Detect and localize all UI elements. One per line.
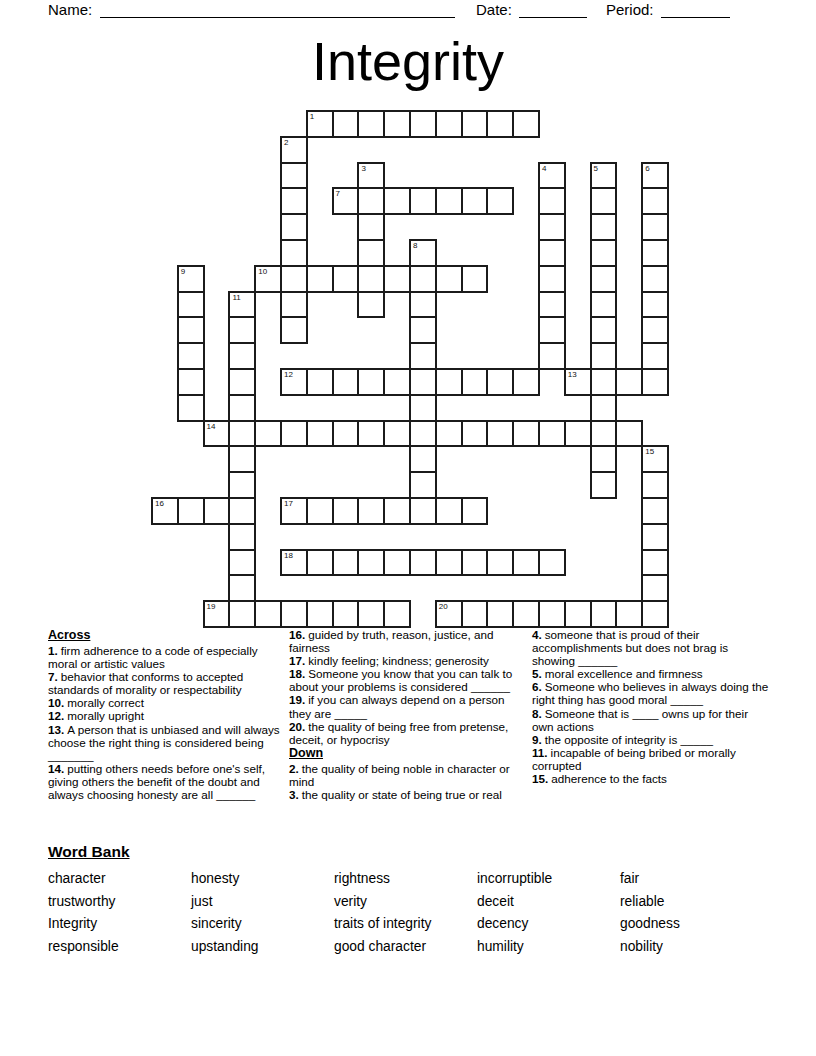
grid-cell-r9c3[interactable] <box>228 342 256 370</box>
grid-cell-r15c3[interactable] <box>228 497 256 525</box>
grid-cell-r12c4[interactable] <box>254 420 282 448</box>
clue-down-11: 11.incapable of being bribed or morally … <box>532 746 772 772</box>
grid-cell-r6c10[interactable] <box>409 265 437 293</box>
name-label: Name: <box>48 1 92 18</box>
grid-cell-r9c10[interactable] <box>409 342 437 370</box>
grid-cell-r5c5[interactable] <box>280 239 308 267</box>
grid-cell-r3c11[interactable] <box>435 187 463 215</box>
grid-cell-r15c2[interactable] <box>203 497 231 525</box>
grid-cell-r11c17[interactable] <box>590 394 618 422</box>
grid-cell-r14c17[interactable] <box>590 471 618 499</box>
grid-cell-r5c10[interactable]: 8 <box>409 239 437 267</box>
grid-cell-r12c2[interactable]: 14 <box>203 420 231 448</box>
grid-cell-r14c3[interactable] <box>228 471 256 499</box>
grid-cell-r7c8[interactable] <box>357 291 385 319</box>
clue-across-19: 19.if you can always depend on a person … <box>289 693 522 719</box>
down-heading: Down <box>289 746 522 760</box>
grid-cell-r7c1[interactable] <box>177 291 205 319</box>
clue-across-10: 10.morally correct <box>48 696 281 709</box>
grid-cell-r3c19[interactable] <box>641 187 669 215</box>
clue-down-15: 15.adherence to the facts <box>532 772 772 785</box>
clue-column-right: 4.someone that is proud of their accompl… <box>532 628 772 785</box>
grid-cell-r19c5[interactable] <box>280 600 308 628</box>
grid-cell-r19c3[interactable] <box>228 600 256 628</box>
clue-number-8: 8 <box>413 241 417 250</box>
grid-cell-r19c17[interactable] <box>590 600 618 628</box>
clue-number-13: 13 <box>568 370 577 379</box>
grid-cell-r19c8[interactable] <box>357 600 385 628</box>
grid-cell-r6c1[interactable]: 9 <box>177 265 205 293</box>
grid-cell-r17c11[interactable] <box>435 549 463 577</box>
grid-cell-r6c6[interactable] <box>306 265 334 293</box>
grid-cell-r15c0[interactable]: 16 <box>151 497 179 525</box>
name-blank-line[interactable] <box>100 2 455 18</box>
clue-number-3: 3 <box>361 164 365 173</box>
grid-cell-r6c7[interactable] <box>332 265 360 293</box>
word-bank-word: traits of integrity <box>334 913 477 936</box>
clue-number-14: 14 <box>207 422 216 431</box>
word-bank-word: deceit <box>477 891 620 914</box>
word-bank: Word Bank character honesty rightness in… <box>48 843 778 959</box>
clue-number-19: 19 <box>207 602 216 611</box>
grid-cell-r6c19[interactable] <box>641 265 669 293</box>
word-bank-word: sincerity <box>191 913 334 936</box>
grid-cell-r15c10[interactable] <box>409 497 437 525</box>
grid-cell-r12c11[interactable] <box>435 420 463 448</box>
clue-across-16: 16.guided by truth, reason, justice, and… <box>289 628 522 654</box>
grid-cell-r10c13[interactable] <box>486 368 514 396</box>
word-bank-word: honesty <box>191 868 334 891</box>
grid-cell-r16c3[interactable] <box>228 523 256 551</box>
grid-cell-r10c10[interactable] <box>409 368 437 396</box>
grid-cell-r7c10[interactable] <box>409 291 437 319</box>
grid-cell-r19c12[interactable] <box>461 600 489 628</box>
grid-cell-r19c11[interactable]: 20 <box>435 600 463 628</box>
grid-cell-r7c15[interactable] <box>538 291 566 319</box>
grid-cell-r15c5[interactable]: 17 <box>280 497 308 525</box>
grid-cell-r8c1[interactable] <box>177 316 205 344</box>
grid-cell-r4c5[interactable] <box>280 213 308 241</box>
grid-cell-r11c1[interactable] <box>177 394 205 422</box>
grid-cell-r9c15[interactable] <box>538 342 566 370</box>
grid-cell-r5c8[interactable] <box>357 239 385 267</box>
clue-number-5: 5 <box>594 164 598 173</box>
grid-cell-r12c3[interactable] <box>228 420 256 448</box>
clue-number-17: 17 <box>284 499 293 508</box>
clue-number-4: 4 <box>542 164 546 173</box>
grid-cell-r15c11[interactable] <box>435 497 463 525</box>
grid-cell-r12c18[interactable] <box>615 420 643 448</box>
clue-down-8: 8.Someone that is ____ owns up for their… <box>532 707 772 733</box>
grid-cell-r12c10[interactable] <box>409 420 437 448</box>
grid-cell-r18c3[interactable] <box>228 574 256 602</box>
grid-cell-r19c7[interactable] <box>332 600 360 628</box>
grid-cell-r9c1[interactable] <box>177 342 205 370</box>
clue-column-middle: 16.guided by truth, reason, justice, and… <box>289 628 522 801</box>
word-bank-word: good character <box>334 936 477 959</box>
grid-cell-r12c6[interactable] <box>306 420 334 448</box>
crossword-grid: 1234567891011121314151617181920 <box>151 110 671 630</box>
clue-across-20: 20.the quality of being free from preten… <box>289 720 522 746</box>
grid-cell-r6c8[interactable] <box>357 265 385 293</box>
clue-number-7: 7 <box>336 189 340 198</box>
grid-cell-r18c19[interactable] <box>641 574 669 602</box>
word-bank-word: upstanding <box>191 936 334 959</box>
grid-cell-r6c4[interactable]: 10 <box>254 265 282 293</box>
grid-cell-r7c19[interactable] <box>641 291 669 319</box>
grid-cell-r7c3[interactable]: 11 <box>228 291 256 319</box>
grid-cell-r2c8[interactable]: 3 <box>357 162 385 190</box>
grid-cell-r3c10[interactable] <box>409 187 437 215</box>
grid-cell-r5c15[interactable] <box>538 239 566 267</box>
grid-cell-r19c2[interactable]: 19 <box>203 600 231 628</box>
clue-across-12: 12.morally upright <box>48 709 281 722</box>
grid-cell-r9c19[interactable] <box>641 342 669 370</box>
grid-cell-r19c6[interactable] <box>306 600 334 628</box>
grid-cell-r15c12[interactable] <box>461 497 489 525</box>
grid-cell-r19c16[interactable] <box>564 600 592 628</box>
clue-number-10: 10 <box>258 267 267 276</box>
word-bank-word: fair <box>620 868 770 891</box>
grid-cell-r0c6[interactable]: 1 <box>306 110 334 138</box>
grid-cell-r3c15[interactable] <box>538 187 566 215</box>
grid-cell-r17c10[interactable] <box>409 549 437 577</box>
grid-cell-r13c10[interactable] <box>409 445 437 473</box>
grid-cell-r19c13[interactable] <box>486 600 514 628</box>
grid-cell-r0c11[interactable] <box>435 110 463 138</box>
grid-cell-r12c14[interactable] <box>512 420 540 448</box>
grid-cell-r17c7[interactable] <box>332 549 360 577</box>
grid-cell-r10c12[interactable] <box>461 368 489 396</box>
word-bank-word: rightness <box>334 868 477 891</box>
grid-cell-r10c17[interactable] <box>590 368 618 396</box>
grid-cell-r6c12[interactable] <box>461 265 489 293</box>
grid-cell-r4c8[interactable] <box>357 213 385 241</box>
grid-cell-r15c1[interactable] <box>177 497 205 525</box>
clue-number-16: 16 <box>155 499 164 508</box>
grid-cell-r16c19[interactable] <box>641 523 669 551</box>
grid-cell-r4c15[interactable] <box>538 213 566 241</box>
period-blank-line[interactable] <box>661 2 730 18</box>
grid-cell-r10c8[interactable] <box>357 368 385 396</box>
grid-cell-r17c5[interactable]: 18 <box>280 549 308 577</box>
date-label: Date: <box>476 1 512 18</box>
grid-cell-r12c15[interactable] <box>538 420 566 448</box>
clue-across-13: 13.A person that is unbiased and will al… <box>48 723 281 762</box>
grid-cell-r10c6[interactable] <box>306 368 334 396</box>
period-label: Period: <box>606 1 654 18</box>
across-heading: Across <box>48 628 281 642</box>
grid-cell-r14c10[interactable] <box>409 471 437 499</box>
date-blank-line[interactable] <box>519 2 587 18</box>
grid-cell-r3c17[interactable] <box>590 187 618 215</box>
grid-cell-r15c6[interactable] <box>306 497 334 525</box>
grid-cell-r17c14[interactable] <box>512 549 540 577</box>
clue-number-15: 15 <box>645 447 654 456</box>
grid-cell-r15c8[interactable] <box>357 497 385 525</box>
grid-cell-r2c5[interactable] <box>280 162 308 190</box>
clue-down-9: 9.the opposite of integrity is _____ <box>532 733 772 746</box>
grid-cell-r7c5[interactable] <box>280 291 308 319</box>
grid-cell-r19c9[interactable] <box>383 600 411 628</box>
word-bank-word: incorruptible <box>477 868 620 891</box>
grid-cell-r17c19[interactable] <box>641 549 669 577</box>
word-bank-word: just <box>191 891 334 914</box>
grid-cell-r8c17[interactable] <box>590 316 618 344</box>
grid-cell-r10c18[interactable] <box>615 368 643 396</box>
grid-cell-r10c16[interactable]: 13 <box>564 368 592 396</box>
grid-cell-r10c11[interactable] <box>435 368 463 396</box>
grid-cell-r0c12[interactable] <box>461 110 489 138</box>
grid-cell-r3c13[interactable] <box>486 187 514 215</box>
grid-cell-r8c5[interactable] <box>280 316 308 344</box>
grid-cell-r0c10[interactable] <box>409 110 437 138</box>
word-bank-words: character honesty rightness incorruptibl… <box>48 868 778 959</box>
clue-across-18: 18.Someone you know that you can talk to… <box>289 667 522 693</box>
word-bank-word: trustworthy <box>48 891 191 914</box>
grid-cell-r8c10[interactable] <box>409 316 437 344</box>
word-bank-word: character <box>48 868 191 891</box>
grid-cell-r3c5[interactable] <box>280 187 308 215</box>
word-bank-word: Integrity <box>48 913 191 936</box>
word-bank-word: humility <box>477 936 620 959</box>
grid-cell-r12c7[interactable] <box>332 420 360 448</box>
grid-cell-r3c12[interactable] <box>461 187 489 215</box>
grid-cell-r12c16[interactable] <box>564 420 592 448</box>
grid-cell-r10c1[interactable] <box>177 368 205 396</box>
grid-cell-r15c9[interactable] <box>383 497 411 525</box>
grid-cell-r11c10[interactable] <box>409 394 437 422</box>
grid-cell-r4c17[interactable] <box>590 213 618 241</box>
grid-cell-r6c9[interactable] <box>383 265 411 293</box>
grid-cell-r7c17[interactable] <box>590 291 618 319</box>
grid-cell-r0c9[interactable] <box>383 110 411 138</box>
clue-column-left: Across 1.firm adherence to a code of esp… <box>48 628 281 801</box>
grid-cell-r0c8[interactable] <box>357 110 385 138</box>
grid-cell-r10c14[interactable] <box>512 368 540 396</box>
word-bank-word: goodness <box>620 913 770 936</box>
clue-number-20: 20 <box>439 602 448 611</box>
word-bank-word: nobility <box>620 936 770 959</box>
grid-cell-r2c15[interactable]: 4 <box>538 162 566 190</box>
grid-cell-r13c19[interactable]: 15 <box>641 445 669 473</box>
grid-cell-r17c3[interactable] <box>228 549 256 577</box>
grid-cell-r1c5[interactable]: 2 <box>280 136 308 164</box>
grid-cell-r12c13[interactable] <box>486 420 514 448</box>
page-title: Integrity <box>0 33 816 89</box>
grid-cell-r6c15[interactable] <box>538 265 566 293</box>
grid-cell-r19c18[interactable] <box>615 600 643 628</box>
word-bank-heading: Word Bank <box>48 843 778 861</box>
grid-cell-r17c15[interactable] <box>538 549 566 577</box>
word-bank-word: reliable <box>620 891 770 914</box>
grid-cell-r15c19[interactable] <box>641 497 669 525</box>
grid-cell-r9c17[interactable] <box>590 342 618 370</box>
grid-cell-r2c17[interactable]: 5 <box>590 162 618 190</box>
clue-number-12: 12 <box>284 370 293 379</box>
clue-down-5: 5.moral excellence and firmness <box>532 667 772 680</box>
clue-down-3: 3.the quality or state of being true or … <box>289 788 522 801</box>
grid-cell-r5c17[interactable] <box>590 239 618 267</box>
grid-cell-r17c6[interactable] <box>306 549 334 577</box>
clue-down-6: 6.Someone who believes in always doing t… <box>532 680 772 706</box>
grid-cell-r17c13[interactable] <box>486 549 514 577</box>
word-bank-word: verity <box>334 891 477 914</box>
clue-number-9: 9 <box>181 267 185 276</box>
clue-across-1: 1.firm adherence to a code of especially… <box>48 644 281 670</box>
word-bank-word: responsible <box>48 936 191 959</box>
grid-cell-r17c8[interactable] <box>357 549 385 577</box>
clue-across-7: 7.behavior that conforms to accepted sta… <box>48 670 281 696</box>
clue-number-6: 6 <box>645 164 649 173</box>
grid-cell-r10c3[interactable] <box>228 368 256 396</box>
clue-number-18: 18 <box>284 551 293 560</box>
grid-cell-r0c13[interactable] <box>486 110 514 138</box>
grid-cell-r8c15[interactable] <box>538 316 566 344</box>
clue-down-4: 4.someone that is proud of their accompl… <box>532 628 772 667</box>
grid-cell-r13c17[interactable] <box>590 445 618 473</box>
word-bank-word: decency <box>477 913 620 936</box>
grid-cell-r4c19[interactable] <box>641 213 669 241</box>
grid-cell-r2c19[interactable]: 6 <box>641 162 669 190</box>
grid-cell-r8c3[interactable] <box>228 316 256 344</box>
clue-number-2: 2 <box>284 138 288 147</box>
clue-across-17: 17.kindly feeling; kindness; generosity <box>289 654 522 667</box>
clue-across-14: 14.putting others needs before one's sel… <box>48 762 281 801</box>
grid-cell-r12c5[interactable] <box>280 420 308 448</box>
grid-cell-r12c17[interactable] <box>590 420 618 448</box>
grid-cell-r6c5[interactable] <box>280 265 308 293</box>
grid-cell-r0c7[interactable] <box>332 110 360 138</box>
grid-cell-r3c7[interactable]: 7 <box>332 187 360 215</box>
grid-cell-r19c15[interactable] <box>538 600 566 628</box>
grid-cell-r12c12[interactable] <box>461 420 489 448</box>
grid-cell-r19c14[interactable] <box>512 600 540 628</box>
grid-cell-r17c9[interactable] <box>383 549 411 577</box>
grid-cell-r19c19[interactable] <box>641 600 669 628</box>
clue-down-2: 2.the quality of being noble in characte… <box>289 762 522 788</box>
grid-cell-r10c9[interactable] <box>383 368 411 396</box>
grid-cell-r17c12[interactable] <box>461 549 489 577</box>
grid-cell-r3c9[interactable] <box>383 187 411 215</box>
grid-cell-r12c9[interactable] <box>383 420 411 448</box>
clue-number-1: 1 <box>310 112 314 121</box>
grid-cell-r10c7[interactable] <box>332 368 360 396</box>
grid-cell-r3c8[interactable] <box>357 187 385 215</box>
grid-cell-r0c14[interactable] <box>512 110 540 138</box>
grid-cell-r13c3[interactable] <box>228 445 256 473</box>
grid-cell-r6c17[interactable] <box>590 265 618 293</box>
grid-cell-r14c19[interactable] <box>641 471 669 499</box>
clue-number-11: 11 <box>232 293 240 302</box>
grid-cell-r8c19[interactable] <box>641 316 669 344</box>
grid-cell-r15c7[interactable] <box>332 497 360 525</box>
grid-cell-r10c19[interactable] <box>641 368 669 396</box>
grid-cell-r10c5[interactable]: 12 <box>280 368 308 396</box>
grid-cell-r5c19[interactable] <box>641 239 669 267</box>
grid-cell-r19c4[interactable] <box>254 600 282 628</box>
grid-cell-r11c3[interactable] <box>228 394 256 422</box>
grid-cell-r6c11[interactable] <box>435 265 463 293</box>
grid-cell-r12c8[interactable] <box>357 420 385 448</box>
